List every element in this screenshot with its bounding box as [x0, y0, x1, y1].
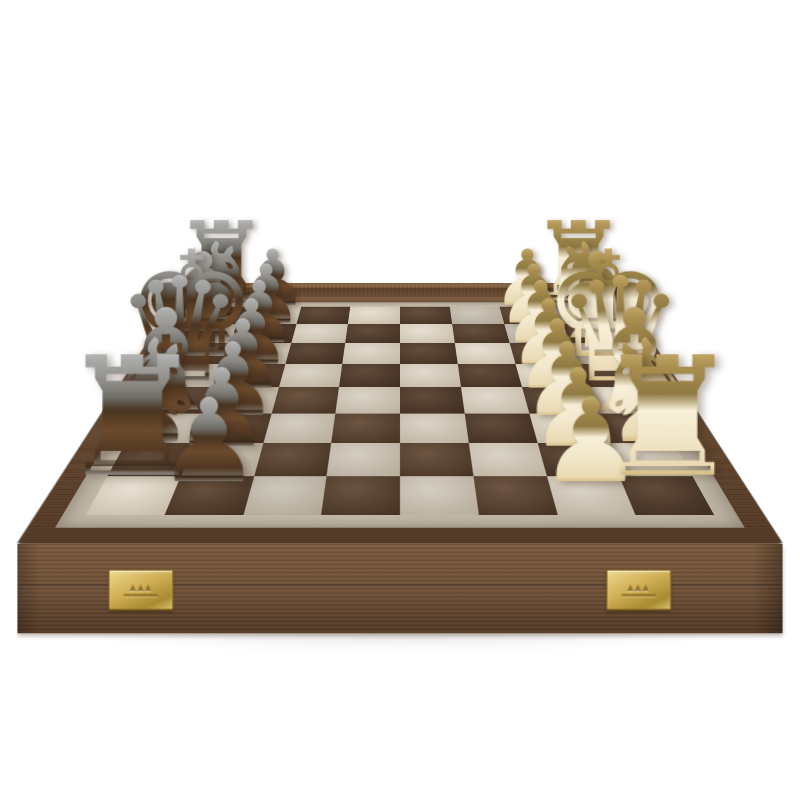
piece-black-pawn-a7: ♟ — [109, 384, 310, 500]
square-e4 — [400, 364, 461, 387]
square-g5 — [345, 324, 400, 343]
piece-white-rook-a1: ♜ — [567, 334, 768, 500]
square-f5 — [342, 343, 400, 364]
square-e5 — [339, 364, 400, 387]
square-h5 — [348, 307, 400, 324]
box-front: ▲▲▲ ▲▲▲ — [17, 544, 782, 634]
square-c5 — [331, 413, 400, 443]
brand-engraving — [621, 594, 656, 597]
brand-crest-icon: ▲▲▲ — [130, 583, 153, 591]
brand-engraving — [124, 594, 159, 597]
brand-crest-icon: ▲▲▲ — [627, 583, 650, 591]
square-c4 — [400, 413, 469, 443]
square-d4 — [400, 387, 464, 413]
chess-box: ♜♟♟♜♞♟♟♞♝♟♟♝♚♟♟♚♛♟♟♛♝♟♟♝♞♟♟♞♜♟♟♜ ▲▲▲ ▲▲▲ — [55, 303, 745, 529]
square-g4 — [400, 324, 455, 343]
brass-clasp-left: ▲▲▲ — [109, 570, 174, 610]
brass-clasp-right: ▲▲▲ — [606, 570, 671, 610]
square-a4 — [400, 476, 479, 514]
square-a5 — [321, 476, 400, 514]
square-d5 — [336, 387, 400, 413]
square-b5 — [327, 443, 400, 477]
square-h4 — [400, 307, 452, 324]
square-f4 — [400, 343, 458, 364]
square-b4 — [400, 443, 473, 477]
scene: ♜♟♟♜♞♟♟♞♝♟♟♝♚♟♟♚♛♟♟♛♝♟♟♝♞♟♟♞♜♟♟♜ ▲▲▲ ▲▲▲ — [0, 0, 800, 800]
